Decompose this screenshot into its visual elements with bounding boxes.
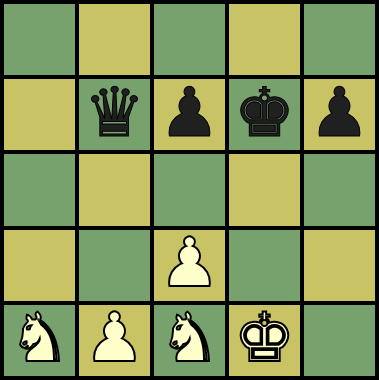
square-c4[interactable]: ♟ (154, 79, 225, 150)
square-c5[interactable] (154, 4, 225, 75)
square-a5[interactable] (4, 4, 75, 75)
square-d5[interactable] (229, 4, 300, 75)
black-pawn-piece[interactable]: ♟ (309, 79, 370, 147)
square-d1[interactable]: ♚ (229, 305, 300, 376)
black-queen-piece[interactable]: ♛ (84, 79, 145, 147)
square-e2[interactable] (304, 230, 375, 301)
square-a2[interactable] (4, 230, 75, 301)
square-e3[interactable] (304, 154, 375, 225)
white-pawn-piece[interactable]: ♟ (159, 229, 220, 297)
square-b5[interactable] (79, 4, 150, 75)
square-e4[interactable]: ♟ (304, 79, 375, 150)
black-pawn-piece[interactable]: ♟ (159, 79, 220, 147)
square-d2[interactable] (229, 230, 300, 301)
square-e5[interactable] (304, 4, 375, 75)
square-d4[interactable]: ♚ (229, 79, 300, 150)
square-c2[interactable]: ♟ (154, 230, 225, 301)
white-king-piece[interactable]: ♚ (234, 304, 295, 372)
square-b3[interactable] (79, 154, 150, 225)
chess-board: ♛♟♚♟♟♞♟♞♚ (0, 0, 379, 380)
black-king-piece[interactable]: ♚ (234, 79, 295, 147)
square-e1[interactable] (304, 305, 375, 376)
white-pawn-piece[interactable]: ♟ (84, 304, 145, 372)
square-b1[interactable]: ♟ (79, 305, 150, 376)
square-c1[interactable]: ♞ (154, 305, 225, 376)
white-knight-piece[interactable]: ♞ (159, 304, 220, 372)
square-d3[interactable] (229, 154, 300, 225)
square-a4[interactable] (4, 79, 75, 150)
white-knight-piece[interactable]: ♞ (9, 304, 70, 372)
square-a3[interactable] (4, 154, 75, 225)
square-a1[interactable]: ♞ (4, 305, 75, 376)
square-c3[interactable] (154, 154, 225, 225)
square-b2[interactable] (79, 230, 150, 301)
square-b4[interactable]: ♛ (79, 79, 150, 150)
